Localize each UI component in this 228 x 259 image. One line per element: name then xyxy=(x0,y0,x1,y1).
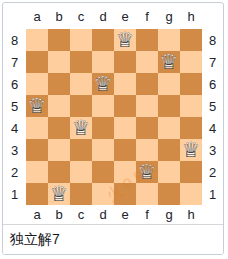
square-d5 xyxy=(92,95,114,117)
square-e3 xyxy=(114,139,136,161)
square-a8 xyxy=(26,29,48,51)
square-c8 xyxy=(70,29,92,51)
rank-label-right-2: 2 xyxy=(202,161,223,183)
white-queen-d6: ♛♕ xyxy=(92,73,114,95)
square-d7 xyxy=(92,51,114,73)
file-label-top-f: f xyxy=(136,3,158,29)
square-b6 xyxy=(48,73,70,95)
file-label-top-c: c xyxy=(70,3,92,29)
rank-label-left-3: 3 xyxy=(3,139,26,161)
square-a1 xyxy=(26,183,48,205)
square-c3 xyxy=(70,139,92,161)
rank-label-right-7: 7 xyxy=(202,51,223,73)
caption-bar: 独立解7 xyxy=(3,224,223,254)
square-c4: ♛♕ xyxy=(70,117,92,139)
queen-outline-glyph: ♕ xyxy=(136,161,158,183)
square-f4 xyxy=(136,117,158,139)
square-g5 xyxy=(158,95,180,117)
square-h8 xyxy=(180,29,202,51)
white-queen-c4: ♛♕ xyxy=(70,117,92,139)
file-label-top-d: d xyxy=(92,3,114,29)
rank-label-left-8: 8 xyxy=(3,29,26,51)
square-h7 xyxy=(180,51,202,73)
square-h1 xyxy=(180,183,202,205)
file-label-bottom-h: h xyxy=(180,205,202,224)
square-c6 xyxy=(70,73,92,95)
square-a7 xyxy=(26,51,48,73)
square-b7 xyxy=(48,51,70,73)
square-a4 xyxy=(26,117,48,139)
file-label-top-h: h xyxy=(180,3,202,29)
queen-outline-glyph: ♕ xyxy=(180,139,202,161)
square-f8 xyxy=(136,29,158,51)
square-h3: ♛♕ xyxy=(180,139,202,161)
rank-label-left-4: 4 xyxy=(3,117,26,139)
square-e2 xyxy=(114,161,136,183)
square-e6 xyxy=(114,73,136,95)
square-g1 xyxy=(158,183,180,205)
square-h5 xyxy=(180,95,202,117)
file-label-top-g: g xyxy=(158,3,180,29)
file-label-bottom-f: f xyxy=(136,205,158,224)
file-label-bottom-g: g xyxy=(158,205,180,224)
corner-top-left xyxy=(3,3,26,29)
corner-top-right xyxy=(202,3,223,29)
square-d1 xyxy=(92,183,114,205)
white-queen-a5: ♛♕ xyxy=(26,95,48,117)
file-label-top-b: b xyxy=(48,3,70,29)
queen-outline-glyph: ♕ xyxy=(70,117,92,139)
square-b1: ♛♕ xyxy=(48,183,70,205)
square-a2 xyxy=(26,161,48,183)
rank-label-left-5: 5 xyxy=(3,95,26,117)
queen-outline-glyph: ♕ xyxy=(158,51,180,73)
file-label-top-e: e xyxy=(114,3,136,29)
square-c2 xyxy=(70,161,92,183)
square-h4 xyxy=(180,117,202,139)
file-label-bottom-a: a xyxy=(26,205,48,224)
square-g4 xyxy=(158,117,180,139)
square-b8 xyxy=(48,29,70,51)
rank-label-right-6: 6 xyxy=(202,73,223,95)
square-g8 xyxy=(158,29,180,51)
caption-text: 独立解7 xyxy=(10,231,60,249)
square-d3 xyxy=(92,139,114,161)
rank-label-left-6: 6 xyxy=(3,73,26,95)
white-queen-f2: ♛♕ xyxy=(136,161,158,183)
square-b3 xyxy=(48,139,70,161)
square-a6 xyxy=(26,73,48,95)
square-c7 xyxy=(70,51,92,73)
queen-outline-glyph: ♕ xyxy=(48,183,70,205)
corner-bottom-right xyxy=(202,205,223,224)
square-e5 xyxy=(114,95,136,117)
white-queen-e8: ♛♕ xyxy=(114,29,136,51)
white-queen-g7: ♛♕ xyxy=(158,51,180,73)
rank-label-right-8: 8 xyxy=(202,29,223,51)
square-d4 xyxy=(92,117,114,139)
file-label-top-a: a xyxy=(26,3,48,29)
square-f1 xyxy=(136,183,158,205)
file-label-bottom-c: c xyxy=(70,205,92,224)
square-d8 xyxy=(92,29,114,51)
square-f5 xyxy=(136,95,158,117)
square-b2 xyxy=(48,161,70,183)
white-queen-b1: ♛♕ xyxy=(48,183,70,205)
square-f7 xyxy=(136,51,158,73)
queen-outline-glyph: ♕ xyxy=(114,29,136,51)
rank-label-left-1: 1 xyxy=(3,183,26,205)
file-label-bottom-b: b xyxy=(48,205,70,224)
file-label-bottom-d: d xyxy=(92,205,114,224)
square-g3 xyxy=(158,139,180,161)
square-c1 xyxy=(70,183,92,205)
square-f6 xyxy=(136,73,158,95)
rank-label-right-3: 3 xyxy=(202,139,223,161)
square-a5: ♛♕ xyxy=(26,95,48,117)
square-d6: ♛♕ xyxy=(92,73,114,95)
square-c5 xyxy=(70,95,92,117)
square-g7: ♛♕ xyxy=(158,51,180,73)
square-e8: ♛♕ xyxy=(114,29,136,51)
square-e7 xyxy=(114,51,136,73)
square-g6 xyxy=(158,73,180,95)
white-queen-h3: ♛♕ xyxy=(180,139,202,161)
chess-diagram-panel: abcdefgh8♛♕87♛♕76♛♕65♛♕54♛♕43♛♕32♛♕21♛♕1… xyxy=(2,2,224,255)
rank-label-right-5: 5 xyxy=(202,95,223,117)
rank-label-right-1: 1 xyxy=(202,183,223,205)
queen-outline-glyph: ♕ xyxy=(26,95,48,117)
square-f2: ♛♕ xyxy=(136,161,158,183)
square-b5 xyxy=(48,95,70,117)
square-e1 xyxy=(114,183,136,205)
square-g2 xyxy=(158,161,180,183)
square-b4 xyxy=(48,117,70,139)
square-h2 xyxy=(180,161,202,183)
rank-label-left-7: 7 xyxy=(3,51,26,73)
board-area: abcdefgh8♛♕87♛♕76♛♕65♛♕54♛♕43♛♕32♛♕21♛♕1… xyxy=(3,3,223,224)
file-label-bottom-e: e xyxy=(114,205,136,224)
square-f3 xyxy=(136,139,158,161)
square-h6 xyxy=(180,73,202,95)
square-e4 xyxy=(114,117,136,139)
rank-label-left-2: 2 xyxy=(3,161,26,183)
rank-label-right-4: 4 xyxy=(202,117,223,139)
queen-outline-glyph: ♕ xyxy=(92,73,114,95)
corner-bottom-left xyxy=(3,205,26,224)
square-d2 xyxy=(92,161,114,183)
square-a3 xyxy=(26,139,48,161)
chess-diagram: abcdefgh8♛♕87♛♕76♛♕65♛♕54♛♕43♛♕32♛♕21♛♕1… xyxy=(3,3,223,224)
